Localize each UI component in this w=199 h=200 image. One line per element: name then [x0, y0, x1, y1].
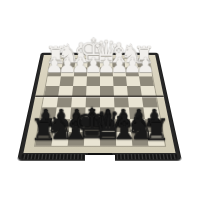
- board-surface: ♜♞♝♚♛♝♞♜♟♟♟♟♟♟♟♟♟♟♟♟♟♟♟♟♜♞♝♚♛♝♞♜: [24, 55, 176, 153]
- square-e3: [86, 76, 99, 86]
- frame-latch-lip: [88, 153, 112, 155]
- square-b3: [126, 76, 140, 86]
- checkerboard: ♜♞♝♚♛♝♞♜♟♟♟♟♟♟♟♟♟♟♟♟♟♟♟♟♜♞♝♚♛♝♞♜: [35, 59, 164, 146]
- white-pawn: ♟: [136, 55, 154, 75]
- square-c3: [113, 76, 127, 86]
- chess-board: ♜♞♝♚♛♝♞♜♟♟♟♟♟♟♟♟♟♟♟♟♟♟♟♟♜♞♝♚♛♝♞♜: [18, 53, 180, 159]
- square-g3: [59, 76, 73, 86]
- square-f3: [73, 76, 87, 86]
- photo-canvas: ♜♞♝♚♛♝♞♜♟♟♟♟♟♟♟♟♟♟♟♟♟♟♟♟♜♞♝♚♛♝♞♜: [0, 0, 199, 200]
- square-d3: [100, 76, 113, 86]
- square-a3: [139, 76, 154, 86]
- square-a8: ♜: [146, 132, 164, 146]
- square-a2: ♟: [137, 67, 151, 76]
- frame-latch-notch: [85, 155, 115, 165]
- black-rook: ♜: [142, 114, 169, 144]
